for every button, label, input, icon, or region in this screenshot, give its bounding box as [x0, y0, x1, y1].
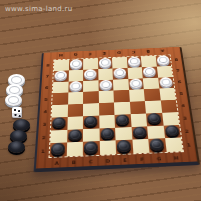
square-d5[interactable] [98, 91, 114, 103]
square-b7[interactable] [68, 70, 83, 82]
square-h2[interactable] [163, 125, 181, 139]
square-f8[interactable] [126, 56, 141, 67]
square-f7[interactable] [127, 67, 143, 79]
square-c4[interactable] [83, 103, 99, 116]
coord-label: C [82, 156, 99, 167]
coord-label: 7 [42, 70, 53, 82]
square-c2[interactable] [83, 128, 99, 142]
black-piece-a1[interactable] [51, 143, 66, 155]
coord-label: F [133, 154, 151, 165]
coord-label: 8 [170, 54, 182, 65]
coord-label: 4 [39, 105, 51, 118]
white-piece-d6[interactable] [99, 79, 112, 89]
playing-field [48, 54, 184, 158]
black-piece-e1[interactable] [117, 140, 132, 152]
white-piece-e7[interactable] [113, 68, 126, 78]
square-g4[interactable] [145, 100, 162, 113]
black-piece-b2[interactable] [68, 129, 82, 141]
black-piece-e3[interactable] [116, 114, 130, 125]
square-g6[interactable] [143, 77, 159, 89]
black-piece-g3[interactable] [147, 113, 162, 124]
black-piece-a3[interactable] [52, 117, 66, 128]
white-piece-b8[interactable] [70, 59, 83, 69]
square-c7[interactable] [83, 69, 98, 81]
square-a5[interactable] [52, 93, 68, 105]
square-f3[interactable] [130, 113, 147, 126]
square-h8[interactable] [155, 55, 171, 66]
square-b5[interactable] [68, 92, 83, 104]
coord-label: 5 [40, 93, 52, 105]
square-a8[interactable] [54, 60, 69, 71]
black-piece-f2[interactable] [132, 126, 147, 138]
square-d3[interactable] [99, 115, 115, 128]
square-g1[interactable] [148, 138, 166, 152]
square-d4[interactable] [98, 102, 114, 115]
square-c5[interactable] [83, 91, 98, 103]
square-b8[interactable] [68, 59, 83, 70]
square-c3[interactable] [83, 115, 99, 128]
white-piece-h6[interactable] [159, 77, 173, 87]
square-d1[interactable] [99, 141, 116, 155]
square-e5[interactable] [113, 90, 129, 102]
checkers-board: ABCDEFGH ABCDEFGH 87654321 87654321 [34, 47, 201, 172]
watermark-text: www.sima-land.ru [5, 5, 72, 13]
square-e2[interactable] [115, 127, 132, 141]
white-piece-f6[interactable] [129, 78, 143, 88]
coord-label: E [116, 154, 134, 165]
coord-label: 3 [38, 118, 50, 131]
white-piece-c7[interactable] [84, 69, 97, 79]
square-f5[interactable] [129, 89, 145, 101]
square-h6[interactable] [158, 77, 174, 89]
square-d7[interactable] [98, 68, 113, 80]
white-piece-b6[interactable] [69, 81, 82, 91]
square-g2[interactable] [147, 125, 165, 139]
square-a2[interactable] [50, 129, 67, 143]
square-f1[interactable] [132, 139, 150, 153]
square-f4[interactable] [129, 101, 146, 114]
coord-label: 6 [41, 82, 52, 94]
square-g7[interactable] [142, 66, 158, 78]
coord-label: 5 [175, 87, 188, 99]
square-g5[interactable] [144, 89, 161, 101]
square-d2[interactable] [99, 127, 116, 141]
square-h1[interactable] [165, 138, 183, 152]
coord-label: 3 [178, 112, 191, 125]
square-b3[interactable] [67, 116, 83, 129]
square-h4[interactable] [160, 100, 177, 113]
square-a1[interactable] [50, 143, 67, 157]
square-h7[interactable] [156, 66, 172, 78]
square-f2[interactable] [131, 126, 148, 140]
square-d8[interactable] [98, 58, 113, 69]
black-piece-h2[interactable] [164, 125, 179, 137]
spare-black-piece[interactable] [8, 141, 25, 153]
square-f6[interactable] [128, 78, 144, 90]
square-b2[interactable] [67, 129, 83, 143]
square-e6[interactable] [113, 79, 129, 91]
coord-label: 2 [180, 124, 193, 138]
square-e8[interactable] [112, 57, 127, 68]
black-piece-c3[interactable] [84, 115, 98, 126]
white-piece-h8[interactable] [156, 55, 170, 65]
coord-label: 6 [173, 76, 185, 88]
square-b4[interactable] [67, 104, 83, 117]
coord-label: 4 [177, 99, 190, 112]
square-h5[interactable] [159, 88, 176, 100]
coord-label: A [48, 157, 65, 168]
product-photo-scene: www.sima-land.ru ABCDEFGH ABCDEFGH 87654… [0, 0, 201, 201]
square-a4[interactable] [52, 104, 68, 117]
square-g3[interactable] [146, 113, 163, 126]
square-c8[interactable] [83, 58, 98, 69]
white-piece-g7[interactable] [143, 66, 157, 76]
coord-label: 1 [182, 138, 196, 152]
white-piece-a7[interactable] [54, 70, 67, 80]
square-b6[interactable] [68, 81, 83, 93]
coord-label: H [167, 152, 185, 163]
black-piece-g1[interactable] [149, 138, 164, 150]
coord-label: 2 [38, 131, 50, 145]
square-a3[interactable] [51, 117, 67, 130]
coord-label: G [150, 153, 168, 164]
white-piece-f8[interactable] [127, 56, 140, 66]
square-d6[interactable] [98, 79, 113, 91]
spare-white-piece[interactable] [5, 94, 22, 106]
square-c6[interactable] [83, 80, 98, 92]
white-piece-d8[interactable] [99, 58, 112, 68]
coord-label: B [65, 157, 82, 168]
square-e1[interactable] [116, 140, 133, 154]
black-piece-d2[interactable] [100, 127, 114, 139]
square-g8[interactable] [141, 56, 157, 67]
coord-label: D [99, 155, 116, 166]
square-e7[interactable] [112, 68, 127, 80]
coord-label: 7 [172, 65, 184, 77]
coord-label: 1 [37, 144, 50, 158]
coord-label: 8 [43, 60, 54, 71]
square-a7[interactable] [53, 70, 68, 82]
square-a6[interactable] [53, 81, 68, 93]
square-b1[interactable] [66, 142, 83, 156]
square-e3[interactable] [114, 114, 131, 127]
square-e4[interactable] [114, 102, 130, 115]
square-c1[interactable] [83, 141, 100, 155]
die[interactable] [12, 107, 22, 118]
black-piece-c1[interactable] [84, 141, 98, 153]
square-h3[interactable] [162, 112, 179, 125]
